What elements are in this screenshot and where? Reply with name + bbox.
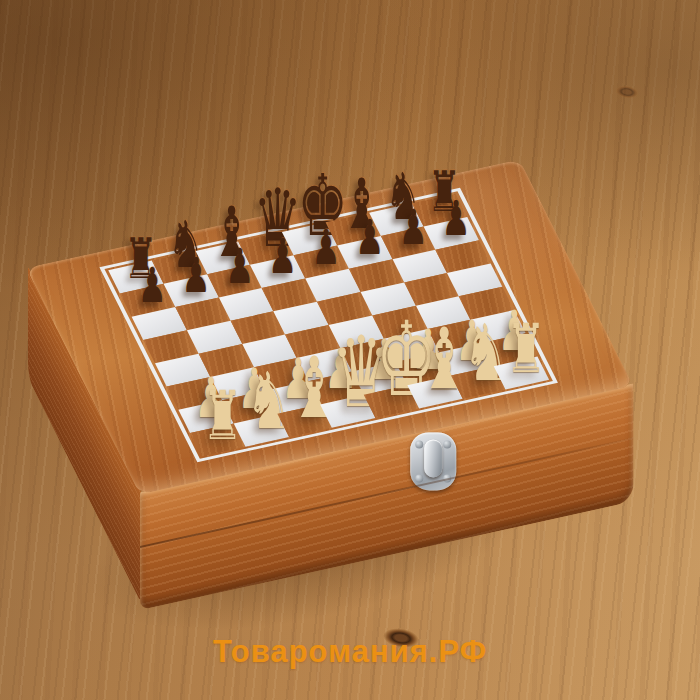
screw-icon bbox=[443, 474, 451, 482]
black-king-e8: ♚ bbox=[297, 164, 331, 249]
wood-knot-small bbox=[611, 82, 643, 102]
black-knight-g8: ♞ bbox=[384, 165, 418, 230]
black-bishop-f8: ♝ bbox=[341, 170, 375, 239]
scene: ♜♞♝♛♚♝♞♜♟♟♟♟♟♟♟♟♟♟♟♟♟♟♟♟♜♞♝♛♚♝♞♜ Товаром… bbox=[0, 0, 700, 700]
latch-tongue bbox=[424, 439, 442, 477]
black-knight-b8: ♞ bbox=[167, 212, 201, 277]
latch-icon bbox=[410, 432, 456, 490]
black-rook-h8: ♜ bbox=[427, 164, 461, 220]
watermark-text: Товаромания.РФ bbox=[213, 634, 487, 670]
black-queen-d8: ♛ bbox=[254, 178, 288, 259]
screw-icon bbox=[415, 474, 423, 482]
screw-icon bbox=[415, 440, 423, 448]
screw-icon bbox=[443, 440, 451, 448]
black-bishop-c8: ♝ bbox=[210, 198, 244, 267]
black-rook-a8: ♜ bbox=[124, 231, 158, 287]
